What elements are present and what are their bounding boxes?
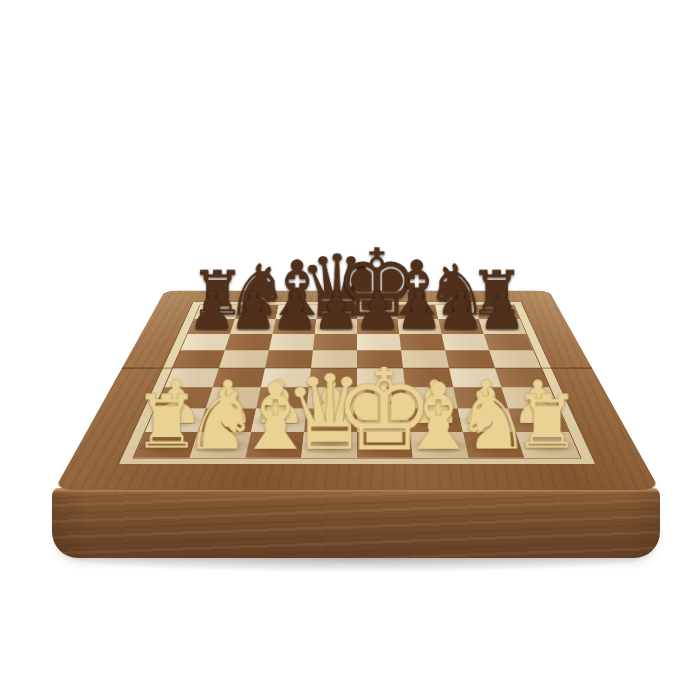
square-a6: [181, 334, 230, 350]
square-h1: ♜: [516, 432, 580, 458]
square-h7: ♟: [479, 319, 526, 334]
product-photo-stage: ♜♞♝♛♚♝♞♜♟♟♟♟♟♟♟♟♟♟♟♟♟♟♟♟♜♞♝♛♚♝♞♜: [0, 0, 686, 686]
square-c6: [269, 334, 315, 350]
square-h5: [489, 350, 541, 368]
square-g6: [442, 334, 490, 350]
square-b6: [225, 334, 273, 350]
chess-box-front-side: [52, 488, 660, 558]
square-a5: [173, 350, 225, 368]
square-h6: [484, 334, 533, 350]
board-squares-grid: ♜♞♝♛♚♝♞♜♟♟♟♟♟♟♟♟♟♟♟♟♟♟♟♟♜♞♝♛♚♝♞♜: [132, 305, 581, 459]
chess-board: ♜♞♝♛♚♝♞♜♟♟♟♟♟♟♟♟♟♟♟♟♟♟♟♟♜♞♝♛♚♝♞♜: [54, 291, 660, 490]
